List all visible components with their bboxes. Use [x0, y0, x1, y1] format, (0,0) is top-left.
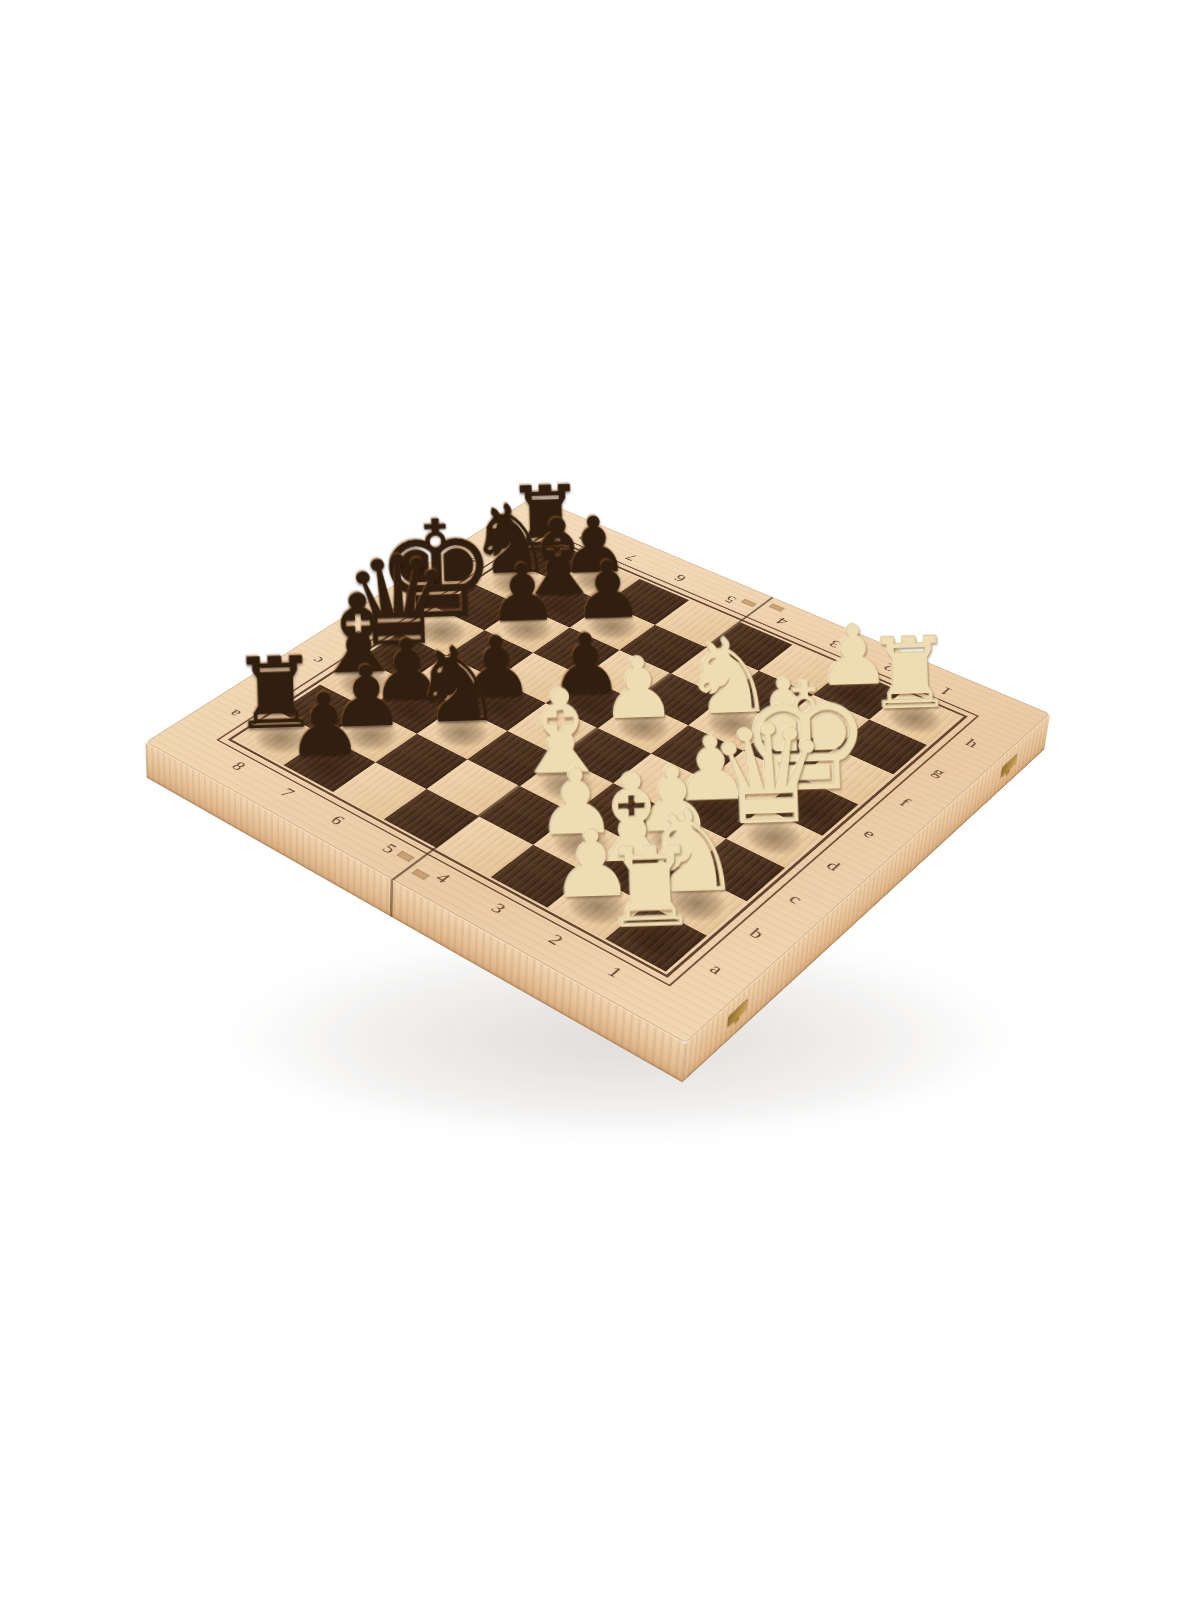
brass-clasp — [1000, 755, 1017, 779]
chess-board: 8877665544332211hhggffeeddccbbaa ♜♞♛♚♜♟♝… — [145, 497, 1050, 1044]
fold-seam-side — [390, 879, 393, 918]
white-rook-glyph: ♜ — [559, 833, 742, 943]
black-pawn-glyph: ♟ — [242, 683, 407, 769]
pieces-layer: ♜♞♛♚♜♟♝♟♟♟♟♟♞♝♟♟♞♟♟♟♟♟♟♝♟♜♝♛♚♞♜ — [145, 497, 1050, 1044]
brass-clasp — [727, 1000, 747, 1029]
product-photo: 8877665544332211hhggffeeddccbbaa ♜♞♛♚♜♟♝… — [0, 0, 1200, 1600]
